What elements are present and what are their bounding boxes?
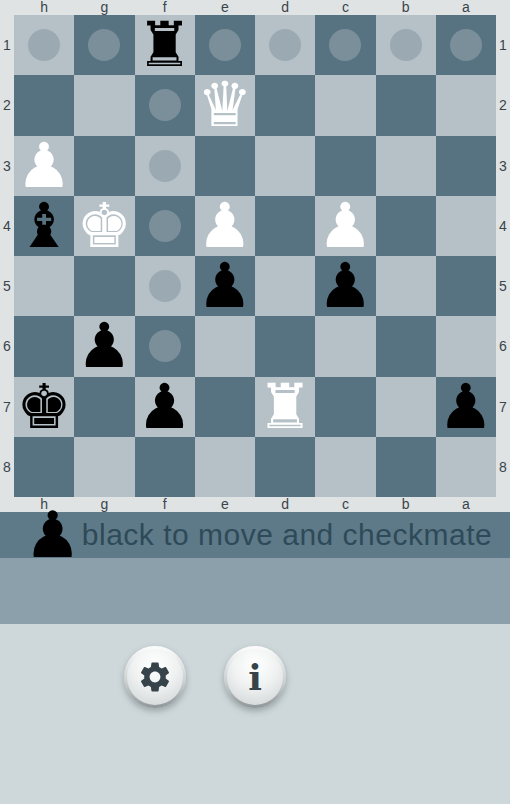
square-d2[interactable]: [255, 75, 315, 135]
piece-white-pawn: ♟: [318, 196, 374, 256]
move-hint-dot: [269, 29, 301, 61]
square-g2[interactable]: [74, 75, 134, 135]
square-c5[interactable]: ♟: [315, 256, 375, 316]
square-f5[interactable]: [135, 256, 195, 316]
square-e5[interactable]: ♟: [195, 256, 255, 316]
settings-button-face: [127, 649, 183, 705]
square-f2[interactable]: [135, 75, 195, 135]
square-c2[interactable]: [315, 75, 375, 135]
piece-black-pawn: ♟: [137, 377, 193, 437]
square-e3[interactable]: [195, 136, 255, 196]
rank-label-8: 8: [0, 437, 14, 497]
rank-label-3: 3: [0, 136, 14, 196]
square-h1[interactable]: [14, 15, 74, 75]
file-label-a: a: [436, 497, 496, 512]
move-hint-dot: [149, 330, 181, 362]
rank-label-5: 5: [496, 256, 510, 316]
piece-black-pawn: ♟: [318, 256, 374, 316]
piece-white-pawn: ♟: [197, 196, 253, 256]
piece-white-pawn: ♟: [16, 136, 72, 196]
file-label-e: e: [195, 497, 255, 512]
piece-black-rook: ♜: [137, 15, 193, 75]
piece-black-bishop: ♝: [16, 196, 72, 256]
square-h5[interactable]: [14, 256, 74, 316]
square-d3[interactable]: [255, 136, 315, 196]
rank-label-5: 5: [0, 256, 14, 316]
file-label-e: e: [195, 0, 255, 15]
square-g1[interactable]: [74, 15, 134, 75]
rank-label-2: 2: [0, 75, 14, 135]
rank-label-4: 4: [496, 196, 510, 256]
rank-label-8: 8: [496, 437, 510, 497]
piece-black-pawn: ♟: [438, 377, 494, 437]
square-d8[interactable]: [255, 437, 315, 497]
square-f6[interactable]: [135, 316, 195, 376]
square-e1[interactable]: [195, 15, 255, 75]
square-b7[interactable]: [376, 377, 436, 437]
square-e4[interactable]: ♟: [195, 196, 255, 256]
black-pawn-icon: ♟: [24, 512, 64, 558]
square-e6[interactable]: [195, 316, 255, 376]
square-c7[interactable]: [315, 377, 375, 437]
square-b5[interactable]: [376, 256, 436, 316]
rank-labels-right: 12345678: [496, 15, 510, 497]
move-hint-dot: [149, 210, 181, 242]
square-e2[interactable]: ♛: [195, 75, 255, 135]
piece-black-pawn: ♟: [197, 256, 253, 316]
square-a7[interactable]: ♟: [436, 377, 496, 437]
rank-label-2: 2: [496, 75, 510, 135]
square-h2[interactable]: [14, 75, 74, 135]
piece-black-pawn: ♟: [77, 316, 133, 376]
file-label-a: a: [436, 0, 496, 15]
rank-labels-left: 12345678: [0, 15, 14, 497]
square-g7[interactable]: [74, 377, 134, 437]
square-c1[interactable]: [315, 15, 375, 75]
secondary-strip: [0, 558, 510, 624]
square-h4[interactable]: ♝: [14, 196, 74, 256]
file-label-f: f: [135, 497, 195, 512]
status-bar: ♟ black to move and checkmate: [0, 512, 510, 558]
rank-label-3: 3: [496, 136, 510, 196]
rank-label-1: 1: [0, 15, 14, 75]
chess-board: ♜♛♟♝♚♟♟♟♟♟♚♟♜♟: [14, 15, 496, 497]
file-label-c: c: [315, 0, 375, 15]
square-g3[interactable]: [74, 136, 134, 196]
square-f8[interactable]: [135, 437, 195, 497]
square-h6[interactable]: [14, 316, 74, 376]
file-label-d: d: [255, 0, 315, 15]
square-b3[interactable]: [376, 136, 436, 196]
app-root: hgfedcba 12345678 ♜♛♟♝♚♟♟♟♟♟♚♟♜♟ 1234567…: [0, 0, 510, 804]
file-label-g: g: [74, 0, 134, 15]
square-b4[interactable]: [376, 196, 436, 256]
file-label-b: b: [376, 497, 436, 512]
piece-black-king: ♚: [16, 377, 72, 437]
rank-label-6: 6: [496, 316, 510, 376]
rank-label-7: 7: [0, 377, 14, 437]
square-f1[interactable]: ♜: [135, 15, 195, 75]
rank-label-6: 6: [0, 316, 14, 376]
square-c3[interactable]: [315, 136, 375, 196]
settings-button[interactable]: [124, 646, 186, 708]
square-g6[interactable]: ♟: [74, 316, 134, 376]
square-g8[interactable]: [74, 437, 134, 497]
square-b1[interactable]: [376, 15, 436, 75]
board-frame: hgfedcba 12345678 ♜♛♟♝♚♟♟♟♟♟♚♟♜♟ 1234567…: [0, 0, 510, 512]
file-label-c: c: [315, 497, 375, 512]
square-g5[interactable]: [74, 256, 134, 316]
square-a4[interactable]: [436, 196, 496, 256]
square-b2[interactable]: [376, 75, 436, 135]
square-d4[interactable]: [255, 196, 315, 256]
square-a8[interactable]: [436, 437, 496, 497]
rank-label-1: 1: [496, 15, 510, 75]
square-e7[interactable]: [195, 377, 255, 437]
square-a2[interactable]: [436, 75, 496, 135]
piece-white-queen: ♛: [197, 75, 253, 135]
square-c4[interactable]: ♟: [315, 196, 375, 256]
square-g4[interactable]: ♚: [74, 196, 134, 256]
square-h8[interactable]: [14, 437, 74, 497]
square-f4[interactable]: [135, 196, 195, 256]
move-hint-dot: [390, 29, 422, 61]
info-button-face: i: [227, 649, 283, 705]
move-hint-dot: [209, 29, 241, 61]
square-a5[interactable]: [436, 256, 496, 316]
file-label-h: h: [14, 0, 74, 15]
move-hint-dot: [88, 29, 120, 61]
square-a6[interactable]: [436, 316, 496, 376]
rank-label-7: 7: [496, 377, 510, 437]
square-d7[interactable]: ♜: [255, 377, 315, 437]
square-h7[interactable]: ♚: [14, 377, 74, 437]
status-text: black to move and checkmate: [64, 518, 510, 552]
move-hint-dot: [329, 29, 361, 61]
info-button[interactable]: i: [224, 646, 286, 708]
square-d6[interactable]: [255, 316, 315, 376]
square-d1[interactable]: [255, 15, 315, 75]
move-hint-dot: [149, 270, 181, 302]
gear-icon: [137, 659, 173, 695]
square-a3[interactable]: [436, 136, 496, 196]
square-c6[interactable]: [315, 316, 375, 376]
square-c8[interactable]: [315, 437, 375, 497]
rank-label-4: 4: [0, 196, 14, 256]
move-hint-dot: [149, 89, 181, 121]
file-label-d: d: [255, 497, 315, 512]
piece-white-king: ♚: [77, 196, 133, 256]
file-label-g: g: [74, 497, 134, 512]
square-h3[interactable]: ♟: [14, 136, 74, 196]
square-b8[interactable]: [376, 437, 436, 497]
square-b6[interactable]: [376, 316, 436, 376]
square-f3[interactable]: [135, 136, 195, 196]
move-hint-dot: [149, 150, 181, 182]
square-d5[interactable]: [255, 256, 315, 316]
move-hint-dot: [28, 29, 60, 61]
square-e8[interactable]: [195, 437, 255, 497]
info-icon: i: [248, 659, 262, 695]
file-label-b: b: [376, 0, 436, 15]
file-labels-top: hgfedcba: [0, 0, 510, 15]
bottom-panel: i: [0, 624, 510, 804]
square-f7[interactable]: ♟: [135, 377, 195, 437]
piece-white-rook: ♜: [257, 377, 313, 437]
square-a1[interactable]: [436, 15, 496, 75]
move-hint-dot: [450, 29, 482, 61]
